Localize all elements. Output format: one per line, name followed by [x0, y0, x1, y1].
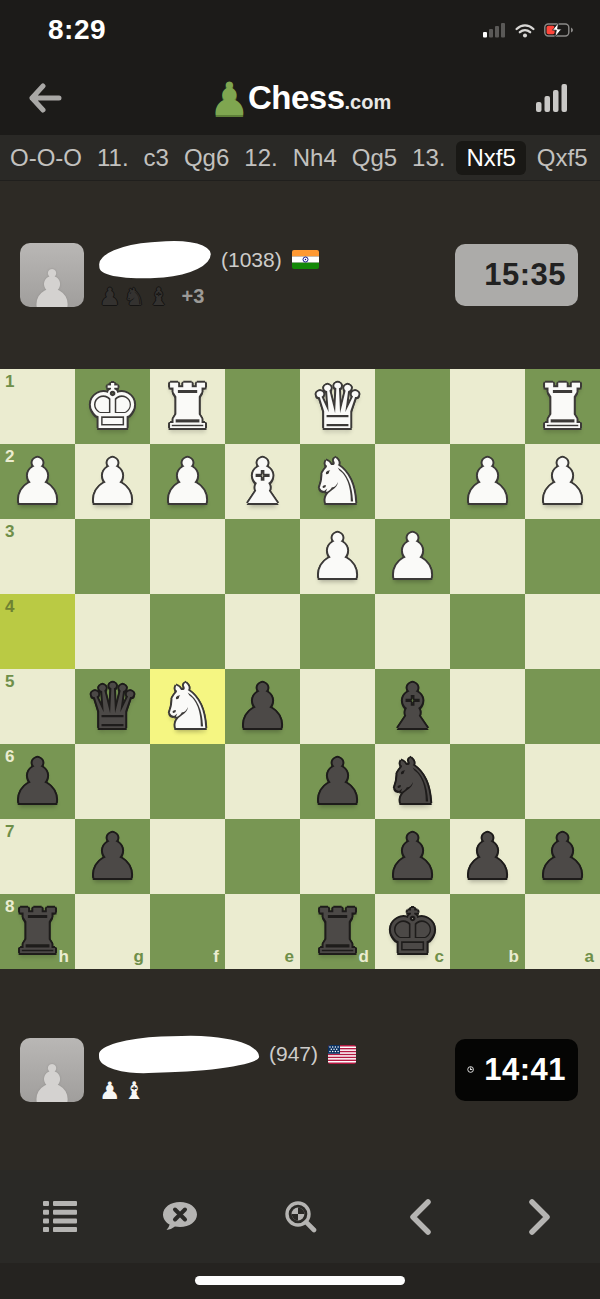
- square-h3[interactable]: 3: [0, 519, 75, 594]
- square-c5[interactable]: ♝: [375, 669, 450, 744]
- next-move-button[interactable]: [480, 1170, 600, 1263]
- square-h8[interactable]: 8h♜: [0, 894, 75, 969]
- square-a1[interactable]: ♜: [525, 369, 600, 444]
- white-pawn-a2[interactable]: ♟: [535, 444, 591, 519]
- black-pawn-h6[interactable]: ♟: [10, 744, 66, 819]
- status-time: 8:29: [48, 14, 106, 46]
- top-player-rating: (1038): [221, 248, 282, 272]
- file-label-g: g: [134, 947, 144, 967]
- white-knight-d2[interactable]: ♞: [310, 444, 366, 519]
- black-pawn-g7[interactable]: ♟: [85, 819, 141, 894]
- square-e5[interactable]: ♟: [225, 669, 300, 744]
- white-pawn-g2[interactable]: ♟: [85, 444, 141, 519]
- white-rook-f1[interactable]: ♜: [160, 369, 216, 444]
- move-token-11.[interactable]: 11.: [97, 144, 129, 172]
- black-pawn-c7[interactable]: ♟: [385, 819, 441, 894]
- file-label-e: e: [285, 947, 294, 967]
- white-knight-f5[interactable]: ♞: [160, 669, 216, 744]
- move-token-Nxf5[interactable]: Nxf5: [456, 141, 525, 175]
- square-e1[interactable]: [225, 369, 300, 444]
- rank-label-1: 1: [5, 372, 14, 392]
- square-g3[interactable]: [75, 519, 150, 594]
- square-e7[interactable]: [225, 819, 300, 894]
- logo-suffix: .com: [345, 91, 392, 114]
- square-c4[interactable]: [375, 594, 450, 669]
- file-label-a: a: [585, 947, 594, 967]
- square-c1[interactable]: [375, 369, 450, 444]
- bottom-navbar: [0, 1170, 600, 1263]
- india-flag-icon: [292, 250, 319, 269]
- logo-text: Chess: [248, 79, 345, 117]
- white-queen-d1[interactable]: ♛: [310, 369, 366, 444]
- move-list-button[interactable]: [0, 1170, 120, 1263]
- rank-label-5: 5: [5, 672, 14, 692]
- captured-white-piece-icon: ♟: [99, 1079, 121, 1103]
- bottom-clock-time: 14:41: [484, 1052, 566, 1088]
- move-token-O-O-O[interactable]: O-O-O: [10, 144, 82, 172]
- white-pawn-c3[interactable]: ♟: [385, 519, 441, 594]
- square-b5[interactable]: [450, 669, 525, 744]
- file-label-c: c: [435, 947, 444, 967]
- previous-move-button[interactable]: [360, 1170, 480, 1263]
- captured-black-piece-icon: ♞: [124, 285, 146, 309]
- square-f3[interactable]: [150, 519, 225, 594]
- avatar-pawn-icon: ♟: [29, 1058, 76, 1102]
- square-g7[interactable]: ♟: [75, 819, 150, 894]
- bottom-player-name-redacted: [98, 1033, 259, 1075]
- chess-board: 1♚♜♛♜2♟♟♟♝♞♟♟3♟♟45♛♞♟♝6♟♟♞7♟♟♟♟8h♜gfed♜c…: [0, 369, 600, 969]
- square-g1[interactable]: ♚: [75, 369, 150, 444]
- black-pawn-a7[interactable]: ♟: [535, 819, 591, 894]
- black-rook-d8[interactable]: ♜: [310, 894, 366, 969]
- file-label-f: f: [213, 947, 219, 967]
- move-token-Qg6[interactable]: Qg6: [184, 144, 229, 172]
- avatar-pawn-icon: ♟: [29, 263, 76, 307]
- square-h2[interactable]: 2♟: [0, 444, 75, 519]
- square-f5[interactable]: ♞: [150, 669, 225, 744]
- square-h7[interactable]: 7: [0, 819, 75, 894]
- square-f7[interactable]: [150, 819, 225, 894]
- square-b3[interactable]: [450, 519, 525, 594]
- home-indicator-area: [0, 1263, 600, 1299]
- move-token-13.[interactable]: 13.: [412, 144, 445, 172]
- file-label-d: d: [359, 947, 369, 967]
- move-token-c3[interactable]: c3: [144, 144, 169, 172]
- bottom-player-card: ♟ (947): [0, 969, 600, 1170]
- connection-bars-icon: [536, 84, 568, 112]
- square-c6[interactable]: ♞: [375, 744, 450, 819]
- black-pawn-b7[interactable]: ♟: [460, 819, 516, 894]
- square-a3[interactable]: [525, 519, 600, 594]
- usa-flag-icon: [328, 1045, 356, 1064]
- clock-icon: [467, 1058, 474, 1081]
- move-list-icon: [43, 1201, 77, 1232]
- status-bar: 8:29: [0, 0, 600, 60]
- black-rook-h8[interactable]: ♜: [10, 894, 66, 969]
- cellular-signal-icon: [483, 22, 506, 38]
- square-f4[interactable]: [150, 594, 225, 669]
- rank-label-3: 3: [5, 522, 14, 542]
- move-token-12.[interactable]: 12.: [244, 144, 277, 172]
- rank-label-6: 6: [5, 747, 14, 767]
- square-b7[interactable]: ♟: [450, 819, 525, 894]
- chat-disabled-icon: [162, 1201, 198, 1233]
- captured-black-piece-icon: ♝: [148, 285, 170, 309]
- square-g8[interactable]: g: [75, 894, 150, 969]
- white-king-g1[interactable]: ♚: [85, 369, 141, 444]
- bottom-player-avatar[interactable]: ♟: [20, 1038, 84, 1102]
- battery-charging-icon: [544, 22, 574, 38]
- square-c7[interactable]: ♟: [375, 819, 450, 894]
- white-pawn-d3[interactable]: ♟: [310, 519, 366, 594]
- home-indicator[interactable]: [195, 1276, 405, 1285]
- square-b8[interactable]: b: [450, 894, 525, 969]
- square-a6[interactable]: [525, 744, 600, 819]
- chat-disabled-button[interactable]: [120, 1170, 240, 1263]
- square-g2[interactable]: ♟: [75, 444, 150, 519]
- square-d1[interactable]: ♛: [300, 369, 375, 444]
- square-e4[interactable]: [225, 594, 300, 669]
- square-e3[interactable]: [225, 519, 300, 594]
- bottom-player-rating: (947): [269, 1042, 318, 1066]
- square-f1[interactable]: ♜: [150, 369, 225, 444]
- bottom-player-clock: 14:41: [455, 1039, 578, 1101]
- top-player-avatar[interactable]: ♟: [20, 243, 84, 307]
- square-f8[interactable]: f: [150, 894, 225, 969]
- white-pawn-f2[interactable]: ♟: [160, 444, 216, 519]
- square-c3[interactable]: ♟: [375, 519, 450, 594]
- material-advantage: +3: [182, 285, 205, 308]
- move-token-Qg5[interactable]: Qg5: [352, 144, 397, 172]
- bottom-player-captured-pieces: ♟♝: [99, 1079, 356, 1103]
- square-d6[interactable]: ♟: [300, 744, 375, 819]
- move-token-Nh4[interactable]: Nh4: [293, 144, 337, 172]
- square-b6[interactable]: [450, 744, 525, 819]
- back-button[interactable]: [28, 81, 68, 115]
- rank-label-2: 2: [5, 447, 14, 467]
- chevron-left-icon: [408, 1199, 432, 1235]
- white-pawn-b2[interactable]: ♟: [460, 444, 516, 519]
- move-list: O-O-O11.c3Qg612.Nh4Qg513.Nxf5Qxf514.Bg4: [0, 135, 600, 181]
- square-a5[interactable]: [525, 669, 600, 744]
- rank-label-4: 4: [5, 597, 14, 617]
- top-clock-time: 15:35: [484, 257, 566, 293]
- square-h6[interactable]: 6♟: [0, 744, 75, 819]
- rank-label-7: 7: [5, 822, 14, 842]
- captured-black-piece-icon: ♟: [99, 285, 121, 309]
- app-header: ♟ Chess .com: [0, 60, 600, 135]
- back-arrow-icon: [28, 83, 62, 113]
- square-a8[interactable]: a: [525, 894, 600, 969]
- top-player-captured-pieces: ♟♞♝+3: [99, 285, 319, 309]
- square-d5[interactable]: [300, 669, 375, 744]
- black-pawn-e5[interactable]: ♟: [235, 669, 291, 744]
- black-bishop-c5[interactable]: ♝: [385, 669, 441, 744]
- square-g6[interactable]: [75, 744, 150, 819]
- captured-white-piece-icon: ♝: [124, 1079, 146, 1103]
- square-f6[interactable]: [150, 744, 225, 819]
- chevron-right-icon: [528, 1199, 552, 1235]
- wifi-icon: [515, 23, 535, 38]
- square-e6[interactable]: [225, 744, 300, 819]
- square-f2[interactable]: ♟: [150, 444, 225, 519]
- black-king-c8[interactable]: ♚: [385, 894, 441, 969]
- square-a4[interactable]: [525, 594, 600, 669]
- white-rook-a1[interactable]: ♜: [535, 369, 591, 444]
- black-pawn-d6[interactable]: ♟: [310, 744, 366, 819]
- square-d2[interactable]: ♞: [300, 444, 375, 519]
- square-e2[interactable]: ♝: [225, 444, 300, 519]
- top-player-clock: 15:35: [455, 244, 578, 306]
- square-a2[interactable]: ♟: [525, 444, 600, 519]
- status-icons: [483, 22, 574, 38]
- square-b2[interactable]: ♟: [450, 444, 525, 519]
- square-d7[interactable]: [300, 819, 375, 894]
- white-pawn-h2[interactable]: ♟: [10, 444, 66, 519]
- black-knight-c6[interactable]: ♞: [385, 744, 441, 819]
- top-player-name-redacted: [98, 238, 212, 282]
- analysis-button[interactable]: [240, 1170, 360, 1263]
- black-queen-g5[interactable]: ♛: [85, 669, 141, 744]
- square-a7[interactable]: ♟: [525, 819, 600, 894]
- chess-app-screen: 8:29: [0, 0, 600, 1299]
- square-b4[interactable]: [450, 594, 525, 669]
- square-e8[interactable]: e: [225, 894, 300, 969]
- analysis-magnifier-icon: [284, 1200, 317, 1233]
- square-c8[interactable]: c♚: [375, 894, 450, 969]
- square-c2[interactable]: [375, 444, 450, 519]
- square-d8[interactable]: d♜: [300, 894, 375, 969]
- move-token-Qxf5[interactable]: Qxf5: [537, 144, 588, 172]
- file-label-h: h: [59, 947, 69, 967]
- square-d3[interactable]: ♟: [300, 519, 375, 594]
- square-g4[interactable]: [75, 594, 150, 669]
- chesscom-logo: ♟ Chess .com: [209, 79, 392, 117]
- white-bishop-e2[interactable]: ♝: [235, 444, 291, 519]
- square-d4[interactable]: [300, 594, 375, 669]
- square-b1[interactable]: [450, 369, 525, 444]
- top-player-card: ♟ (1038) ♟♞♝+3 15:35: [0, 181, 600, 369]
- square-h1[interactable]: 1: [0, 369, 75, 444]
- file-label-b: b: [509, 947, 519, 967]
- square-g5[interactable]: ♛: [75, 669, 150, 744]
- square-h4[interactable]: 4: [0, 594, 75, 669]
- square-h5[interactable]: 5: [0, 669, 75, 744]
- rank-label-8: 8: [5, 897, 14, 917]
